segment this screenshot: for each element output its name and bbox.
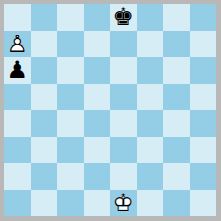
square-a7[interactable]: ♟♙	[4, 31, 31, 58]
black-king-glyph: ♚	[110, 4, 137, 31]
square-b8[interactable]	[31, 4, 58, 31]
square-f1[interactable]	[137, 190, 164, 217]
square-e1[interactable]: ♚♔	[110, 190, 137, 217]
square-g7[interactable]	[163, 31, 190, 58]
white-pawn-outline: ♙	[4, 31, 31, 58]
square-h5[interactable]	[190, 84, 217, 111]
square-a5[interactable]	[4, 84, 31, 111]
square-b1[interactable]	[31, 190, 58, 217]
square-g1[interactable]	[163, 190, 190, 217]
square-h2[interactable]	[190, 163, 217, 190]
square-a6[interactable]: ♟	[4, 57, 31, 84]
square-e7[interactable]	[110, 31, 137, 58]
square-a8[interactable]	[4, 4, 31, 31]
square-e4[interactable]	[110, 110, 137, 137]
square-d8[interactable]	[84, 4, 111, 31]
square-c3[interactable]	[57, 137, 84, 164]
square-g6[interactable]	[163, 57, 190, 84]
square-a3[interactable]	[4, 137, 31, 164]
square-a1[interactable]	[4, 190, 31, 217]
square-h1[interactable]	[190, 190, 217, 217]
square-e6[interactable]	[110, 57, 137, 84]
board-frame: ♚♟♙♟♚♔	[0, 0, 221, 221]
square-c5[interactable]	[57, 84, 84, 111]
square-c1[interactable]	[57, 190, 84, 217]
white-king[interactable]: ♚♔	[110, 190, 137, 217]
black-king[interactable]: ♚	[110, 4, 137, 31]
square-h3[interactable]	[190, 137, 217, 164]
square-c2[interactable]	[57, 163, 84, 190]
square-d6[interactable]	[84, 57, 111, 84]
square-f5[interactable]	[137, 84, 164, 111]
square-h4[interactable]	[190, 110, 217, 137]
square-b5[interactable]	[31, 84, 58, 111]
square-g3[interactable]	[163, 137, 190, 164]
square-f3[interactable]	[137, 137, 164, 164]
square-c4[interactable]	[57, 110, 84, 137]
square-f4[interactable]	[137, 110, 164, 137]
square-e5[interactable]	[110, 84, 137, 111]
square-f2[interactable]	[137, 163, 164, 190]
black-pawn[interactable]: ♟	[4, 57, 31, 84]
square-b3[interactable]	[31, 137, 58, 164]
square-a2[interactable]	[4, 163, 31, 190]
square-d7[interactable]	[84, 31, 111, 58]
square-f7[interactable]	[137, 31, 164, 58]
square-d3[interactable]	[84, 137, 111, 164]
square-e8[interactable]: ♚	[110, 4, 137, 31]
square-f8[interactable]	[137, 4, 164, 31]
square-a4[interactable]	[4, 110, 31, 137]
square-b6[interactable]	[31, 57, 58, 84]
black-pawn-glyph: ♟	[4, 57, 31, 84]
square-d5[interactable]	[84, 84, 111, 111]
chess-board: ♚♟♙♟♚♔	[4, 4, 216, 216]
square-h8[interactable]	[190, 4, 217, 31]
square-g4[interactable]	[163, 110, 190, 137]
square-b7[interactable]	[31, 31, 58, 58]
square-b4[interactable]	[31, 110, 58, 137]
square-c6[interactable]	[57, 57, 84, 84]
white-pawn[interactable]: ♟♙	[4, 31, 31, 58]
square-c8[interactable]	[57, 4, 84, 31]
square-d1[interactable]	[84, 190, 111, 217]
square-h7[interactable]	[190, 31, 217, 58]
square-e3[interactable]	[110, 137, 137, 164]
square-g2[interactable]	[163, 163, 190, 190]
square-d4[interactable]	[84, 110, 111, 137]
square-g5[interactable]	[163, 84, 190, 111]
square-g8[interactable]	[163, 4, 190, 31]
square-f6[interactable]	[137, 57, 164, 84]
square-c7[interactable]	[57, 31, 84, 58]
square-d2[interactable]	[84, 163, 111, 190]
square-b2[interactable]	[31, 163, 58, 190]
square-e2[interactable]	[110, 163, 137, 190]
white-king-outline: ♔	[110, 190, 137, 217]
square-h6[interactable]	[190, 57, 217, 84]
